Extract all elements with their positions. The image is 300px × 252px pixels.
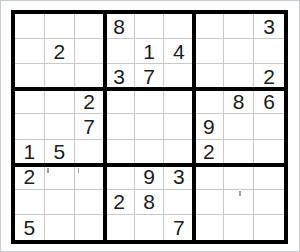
cell-r4c9[interactable]: 6	[254, 89, 284, 114]
cell-r8c8[interactable]	[224, 190, 254, 215]
cell-r9c4[interactable]	[105, 215, 135, 240]
cell-r9c7[interactable]	[194, 215, 224, 240]
cell-r6c5[interactable]	[135, 140, 165, 165]
cell-r3c6[interactable]	[164, 64, 194, 89]
cell-r9c1[interactable]: 5	[15, 215, 45, 240]
cell-r2c1[interactable]	[15, 39, 45, 64]
cell-r8c5[interactable]: 8	[135, 190, 165, 215]
cell-r4c3[interactable]: 2	[75, 89, 105, 114]
cell-r1c6[interactable]	[164, 14, 194, 39]
box-divider-horizontal-1	[15, 87, 284, 91]
cell-r8c6[interactable]	[164, 190, 194, 215]
cell-r3c7[interactable]	[194, 64, 224, 89]
cell-r9c5[interactable]	[135, 215, 165, 240]
cell-r1c7[interactable]	[194, 14, 224, 39]
cell-r6c4[interactable]	[105, 140, 135, 165]
cell-r7c2[interactable]	[45, 165, 75, 190]
cell-r1c8[interactable]	[224, 14, 254, 39]
cell-r2c3[interactable]	[75, 39, 105, 64]
cell-r5c9[interactable]	[254, 114, 284, 139]
cell-r2c6[interactable]: 4	[164, 39, 194, 64]
cell-r4c8[interactable]: 8	[224, 89, 254, 114]
sudoku-board: 83214372286791522932857	[11, 10, 288, 244]
cell-r6c6[interactable]	[164, 140, 194, 165]
cell-r4c2[interactable]	[45, 89, 75, 114]
cell-r2c9[interactable]	[254, 39, 284, 64]
cell-r4c5[interactable]	[135, 89, 165, 114]
cell-r5c2[interactable]	[45, 114, 75, 139]
cell-r6c3[interactable]	[75, 140, 105, 165]
cell-r5c5[interactable]	[135, 114, 165, 139]
cell-r4c6[interactable]	[164, 89, 194, 114]
cell-r3c1[interactable]	[15, 64, 45, 89]
box-divider-vertical-2	[192, 14, 196, 240]
cell-r5c7[interactable]: 9	[194, 114, 224, 139]
cell-r6c8[interactable]	[224, 140, 254, 165]
cell-r8c4[interactable]: 2	[105, 190, 135, 215]
cell-r6c2[interactable]: 5	[45, 140, 75, 165]
cell-r8c7[interactable]	[194, 190, 224, 215]
cell-r5c4[interactable]	[105, 114, 135, 139]
cell-r2c8[interactable]	[224, 39, 254, 64]
cell-r1c3[interactable]	[75, 14, 105, 39]
cell-r5c8[interactable]	[224, 114, 254, 139]
cell-r3c4[interactable]: 3	[105, 64, 135, 89]
cell-r3c2[interactable]	[45, 64, 75, 89]
cell-r7c4[interactable]	[105, 165, 135, 190]
cell-r9c2[interactable]	[45, 215, 75, 240]
cell-r1c4[interactable]: 8	[105, 14, 135, 39]
cell-r8c2[interactable]	[45, 190, 75, 215]
cell-r9c9[interactable]	[254, 215, 284, 240]
cell-r1c2[interactable]	[45, 14, 75, 39]
cell-r3c9[interactable]: 2	[254, 64, 284, 89]
scan-artifact	[47, 168, 49, 173]
cell-r4c1[interactable]	[15, 89, 45, 114]
cell-r7c9[interactable]	[254, 165, 284, 190]
cell-r4c7[interactable]	[194, 89, 224, 114]
cell-r7c8[interactable]	[224, 165, 254, 190]
cell-r3c5[interactable]: 7	[135, 64, 165, 89]
box-divider-vertical-1	[103, 14, 107, 240]
cell-r9c6[interactable]: 7	[164, 215, 194, 240]
cell-r7c1[interactable]: 2	[15, 165, 45, 190]
cell-r7c3[interactable]	[75, 165, 105, 190]
cell-r6c9[interactable]	[254, 140, 284, 165]
box-divider-horizontal-2	[15, 163, 284, 167]
cell-r1c5[interactable]	[135, 14, 165, 39]
cell-r9c8[interactable]	[224, 215, 254, 240]
cell-r4c4[interactable]	[105, 89, 135, 114]
cell-r6c1[interactable]: 1	[15, 140, 45, 165]
cell-r7c7[interactable]	[194, 165, 224, 190]
cell-r1c9[interactable]: 3	[254, 14, 284, 39]
cell-r2c5[interactable]: 1	[135, 39, 165, 64]
scan-artifact	[239, 191, 241, 196]
cell-r1c1[interactable]	[15, 14, 45, 39]
cell-r8c9[interactable]	[254, 190, 284, 215]
cell-r7c6[interactable]: 3	[164, 165, 194, 190]
cell-r5c6[interactable]	[164, 114, 194, 139]
cell-r8c1[interactable]	[15, 190, 45, 215]
cell-r6c7[interactable]: 2	[194, 140, 224, 165]
cell-r2c2[interactable]: 2	[45, 39, 75, 64]
cell-r3c8[interactable]	[224, 64, 254, 89]
cell-r3c3[interactable]	[75, 64, 105, 89]
sudoku-page: 83214372286791522932857	[0, 0, 300, 252]
cell-r8c3[interactable]	[75, 190, 105, 215]
cell-r5c3[interactable]: 7	[75, 114, 105, 139]
scan-artifact	[78, 168, 79, 173]
cell-r2c7[interactable]	[194, 39, 224, 64]
cell-r9c3[interactable]	[75, 215, 105, 240]
cell-r2c4[interactable]	[105, 39, 135, 64]
cell-r7c5[interactable]: 9	[135, 165, 165, 190]
cell-r5c1[interactable]	[15, 114, 45, 139]
